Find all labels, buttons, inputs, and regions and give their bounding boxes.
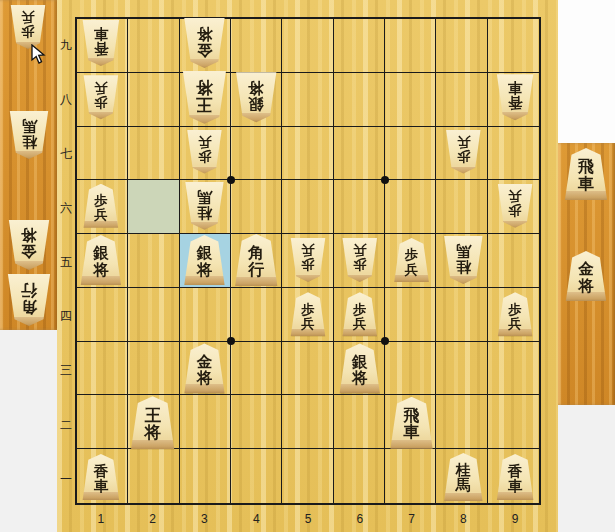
rank-label: 九 <box>57 37 75 54</box>
piece-kanji: 歩兵 <box>353 244 367 272</box>
hoshi-dot <box>227 176 235 184</box>
rank-label: 四 <box>57 308 75 325</box>
board-cell[interactable] <box>385 73 436 127</box>
board-cell[interactable] <box>128 234 179 288</box>
board-cell[interactable] <box>282 342 333 396</box>
piece-kanji: 銀将 <box>197 245 213 277</box>
board-cell[interactable] <box>488 395 539 449</box>
piece-kanji: 王将 <box>144 407 161 441</box>
board-cell[interactable] <box>231 19 282 73</box>
board-cell[interactable] <box>385 127 436 181</box>
piece-kanji: 桂馬 <box>197 189 212 220</box>
piece-kanji: 香車 <box>508 81 523 111</box>
board-cell[interactable] <box>231 342 282 396</box>
hoshi-dot <box>381 337 389 345</box>
piece-kanji: 桂馬 <box>456 463 471 494</box>
board-cell[interactable] <box>282 127 333 181</box>
board-cell[interactable] <box>385 342 436 396</box>
board-cell[interactable] <box>282 395 333 449</box>
piece-kanji: 金将 <box>197 26 213 58</box>
rank-label: 七 <box>57 146 75 163</box>
rank-label: 三 <box>57 362 75 379</box>
piece-kanji: 歩兵 <box>508 302 522 330</box>
board-cell[interactable] <box>180 288 231 342</box>
board-cell[interactable] <box>436 180 487 234</box>
board-cell[interactable] <box>334 19 385 73</box>
piece-kanji: 歩兵 <box>301 244 315 272</box>
board-cell[interactable] <box>282 19 333 73</box>
rank-label: 六 <box>57 200 75 217</box>
piece-kanji: 金将 <box>197 354 213 386</box>
piece-kanji: 歩兵 <box>21 11 35 39</box>
board-cell[interactable] <box>180 395 231 449</box>
piece-kanji: 王将 <box>196 79 213 113</box>
piece-kanji: 金将 <box>21 227 37 259</box>
piece-kanji: 角行 <box>21 282 37 315</box>
board-cell[interactable] <box>385 19 436 73</box>
board-cell[interactable] <box>77 395 128 449</box>
piece-kanji: 銀将 <box>93 245 109 277</box>
shogi-app-window: 九八七六五四三二一123456789 香車金将歩兵王将銀将香車歩兵歩兵桂馬歩兵歩… <box>0 0 615 532</box>
piece-kanji: 桂馬 <box>456 243 471 274</box>
board-cell[interactable] <box>334 449 385 503</box>
file-label: 3 <box>196 512 212 526</box>
hoshi-dot <box>381 176 389 184</box>
board-cell[interactable] <box>231 449 282 503</box>
mouse-cursor-arrow-icon <box>29 44 47 65</box>
board-cell[interactable] <box>128 180 179 234</box>
piece-kanji: 桂馬 <box>22 118 37 149</box>
board-cell[interactable] <box>128 342 179 396</box>
board-cell[interactable] <box>231 180 282 234</box>
board-cell[interactable] <box>385 288 436 342</box>
board-cell[interactable] <box>180 449 231 503</box>
board-cell[interactable] <box>231 288 282 342</box>
board-cell[interactable] <box>282 180 333 234</box>
piece-kanji: 歩兵 <box>405 247 419 275</box>
board-cell[interactable] <box>128 19 179 73</box>
board-cell[interactable] <box>488 342 539 396</box>
board-cell[interactable] <box>128 73 179 127</box>
board-cell[interactable] <box>128 449 179 503</box>
file-label: 7 <box>404 512 420 526</box>
board-cell[interactable] <box>488 127 539 181</box>
board-cell[interactable] <box>231 395 282 449</box>
board-cell[interactable] <box>77 342 128 396</box>
background-area <box>558 0 615 143</box>
board-cell[interactable] <box>334 180 385 234</box>
file-label: 9 <box>507 512 523 526</box>
board-cell[interactable] <box>436 19 487 73</box>
rank-label: 八 <box>57 91 75 108</box>
board-cell[interactable] <box>436 342 487 396</box>
piece-kanji: 角行 <box>248 245 264 278</box>
piece-kanji: 金将 <box>578 261 594 293</box>
board-cell[interactable] <box>77 127 128 181</box>
piece-kanji: 歩兵 <box>94 193 108 221</box>
piece-kanji: 歩兵 <box>94 82 108 110</box>
hoshi-dot <box>227 337 235 345</box>
board-cell[interactable] <box>385 449 436 503</box>
file-label: 5 <box>300 512 316 526</box>
board-cell[interactable] <box>436 395 487 449</box>
rank-label: 五 <box>57 254 75 271</box>
board-cell[interactable] <box>385 180 436 234</box>
file-label: 1 <box>93 512 109 526</box>
piece-kanji: 銀将 <box>352 354 368 386</box>
board-cell[interactable] <box>128 127 179 181</box>
piece-kanji: 歩兵 <box>508 190 522 218</box>
board-cell[interactable] <box>282 73 333 127</box>
board-cell[interactable] <box>488 19 539 73</box>
piece-kanji: 香車 <box>508 463 523 493</box>
piece-kanji: 香車 <box>94 27 109 57</box>
rank-label: 一 <box>57 471 75 488</box>
board-cell[interactable] <box>77 288 128 342</box>
board-cell[interactable] <box>334 395 385 449</box>
piece-kanji: 飛車 <box>404 408 420 441</box>
file-label: 8 <box>455 512 471 526</box>
board-cell[interactable] <box>488 234 539 288</box>
board-cell[interactable] <box>436 73 487 127</box>
file-label: 2 <box>145 512 161 526</box>
board-cell[interactable] <box>436 288 487 342</box>
piece-kanji: 飛車 <box>578 159 594 192</box>
piece-kanji: 歩兵 <box>353 302 367 330</box>
piece-kanji: 銀将 <box>248 80 264 112</box>
file-label: 4 <box>248 512 264 526</box>
rank-label: 二 <box>57 417 75 434</box>
piece-kanji: 歩兵 <box>301 302 315 330</box>
board-cell[interactable] <box>128 288 179 342</box>
file-label: 6 <box>352 512 368 526</box>
board-cell[interactable] <box>334 127 385 181</box>
board-cell[interactable] <box>231 127 282 181</box>
board-cell[interactable] <box>334 73 385 127</box>
piece-kanji: 歩兵 <box>198 136 212 164</box>
piece-kanji: 香車 <box>94 463 109 493</box>
board-cell[interactable] <box>282 449 333 503</box>
piece-kanji: 歩兵 <box>457 136 471 164</box>
